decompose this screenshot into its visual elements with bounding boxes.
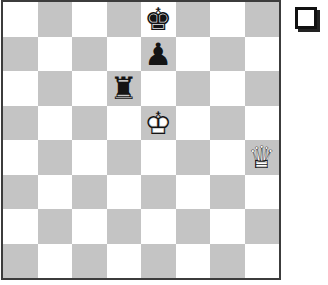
square-f3[interactable] (176, 175, 211, 210)
square-d2[interactable] (107, 209, 142, 244)
square-g1[interactable] (210, 244, 245, 279)
square-g6[interactable] (210, 71, 245, 106)
square-a6[interactable] (3, 71, 38, 106)
black-king-e8[interactable]: ♚ (141, 2, 176, 37)
square-g3[interactable] (210, 175, 245, 210)
square-h7[interactable] (245, 37, 280, 72)
square-d7[interactable] (107, 37, 142, 72)
square-e5[interactable]: ♚♔ (141, 106, 176, 141)
square-f7[interactable] (176, 37, 211, 72)
square-e7[interactable]: ♟ (141, 37, 176, 72)
square-f1[interactable] (176, 244, 211, 279)
square-b8[interactable] (38, 2, 73, 37)
white-king-e5[interactable]: ♔ (141, 106, 176, 141)
square-b7[interactable] (38, 37, 73, 72)
square-d4[interactable] (107, 140, 142, 175)
white-to-move-indicator (295, 7, 317, 29)
square-b3[interactable] (38, 175, 73, 210)
square-c5[interactable] (72, 106, 107, 141)
square-c4[interactable] (72, 140, 107, 175)
chess-diagram: ♚♟♜♚♔♛♕ (0, 0, 328, 285)
square-h1[interactable] (245, 244, 280, 279)
square-b5[interactable] (38, 106, 73, 141)
square-f6[interactable] (176, 71, 211, 106)
square-g5[interactable] (210, 106, 245, 141)
square-f5[interactable] (176, 106, 211, 141)
square-g2[interactable] (210, 209, 245, 244)
square-c1[interactable] (72, 244, 107, 279)
square-h6[interactable] (245, 71, 280, 106)
square-c3[interactable] (72, 175, 107, 210)
square-h5[interactable] (245, 106, 280, 141)
square-d5[interactable] (107, 106, 142, 141)
chess-board: ♚♟♜♚♔♛♕ (1, 0, 281, 280)
square-e4[interactable] (141, 140, 176, 175)
square-c6[interactable] (72, 71, 107, 106)
square-a8[interactable] (3, 2, 38, 37)
square-h4[interactable]: ♛♕ (245, 140, 280, 175)
square-b1[interactable] (38, 244, 73, 279)
square-a4[interactable] (3, 140, 38, 175)
square-d8[interactable] (107, 2, 142, 37)
square-e3[interactable] (141, 175, 176, 210)
black-pawn-e7[interactable]: ♟ (141, 37, 176, 72)
square-h8[interactable] (245, 2, 280, 37)
square-e6[interactable] (141, 71, 176, 106)
square-b2[interactable] (38, 209, 73, 244)
square-c7[interactable] (72, 37, 107, 72)
square-h2[interactable] (245, 209, 280, 244)
square-c8[interactable] (72, 2, 107, 37)
square-g7[interactable] (210, 37, 245, 72)
square-f4[interactable] (176, 140, 211, 175)
square-b4[interactable] (38, 140, 73, 175)
square-c2[interactable] (72, 209, 107, 244)
white-queen-h4[interactable]: ♕ (245, 140, 280, 175)
square-f8[interactable] (176, 2, 211, 37)
square-e8[interactable]: ♚ (141, 2, 176, 37)
square-a5[interactable] (3, 106, 38, 141)
square-d1[interactable] (107, 244, 142, 279)
square-a1[interactable] (3, 244, 38, 279)
square-h3[interactable] (245, 175, 280, 210)
square-a3[interactable] (3, 175, 38, 210)
black-rook-d6[interactable]: ♜ (107, 71, 142, 106)
square-f2[interactable] (176, 209, 211, 244)
square-a2[interactable] (3, 209, 38, 244)
square-b6[interactable] (38, 71, 73, 106)
square-g4[interactable] (210, 140, 245, 175)
square-e2[interactable] (141, 209, 176, 244)
square-g8[interactable] (210, 2, 245, 37)
square-d6[interactable]: ♜ (107, 71, 142, 106)
square-e1[interactable] (141, 244, 176, 279)
square-d3[interactable] (107, 175, 142, 210)
square-a7[interactable] (3, 37, 38, 72)
